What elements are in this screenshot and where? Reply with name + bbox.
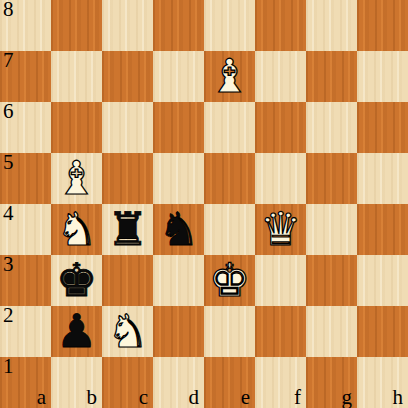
piece-white-bishop[interactable]: ♝	[209, 51, 250, 102]
square-b5[interactable]: ♝	[51, 153, 102, 204]
square-g1[interactable]: g	[306, 357, 357, 408]
square-e6[interactable]	[204, 102, 255, 153]
square-h2[interactable]	[357, 306, 408, 357]
piece-white-queen[interactable]: ♛	[260, 204, 301, 255]
square-b7[interactable]	[51, 51, 102, 102]
square-d5[interactable]	[153, 153, 204, 204]
square-c2[interactable]: ♞	[102, 306, 153, 357]
piece-black-king[interactable]: ♚	[56, 255, 97, 306]
rank-label-8: 8	[3, 0, 14, 20]
square-c5[interactable]	[102, 153, 153, 204]
piece-black-pawn[interactable]: ♟	[56, 306, 97, 357]
square-e8[interactable]	[204, 0, 255, 51]
file-label-e: e	[241, 388, 250, 407]
square-g6[interactable]	[306, 102, 357, 153]
square-h1[interactable]: h	[357, 357, 408, 408]
file-label-c: c	[139, 388, 148, 407]
square-c8[interactable]	[102, 0, 153, 51]
square-c7[interactable]	[102, 51, 153, 102]
square-a5[interactable]: 5	[0, 153, 51, 204]
chess-board: 87♝65♝4♞♜♞♛3♚♚2♟♞1abcdefgh	[0, 0, 408, 408]
file-label-b: b	[87, 388, 98, 407]
square-h8[interactable]	[357, 0, 408, 51]
square-f1[interactable]: f	[255, 357, 306, 408]
square-a6[interactable]: 6	[0, 102, 51, 153]
file-label-d: d	[189, 388, 200, 407]
square-a1[interactable]: 1a	[0, 357, 51, 408]
square-c1[interactable]: c	[102, 357, 153, 408]
square-d1[interactable]: d	[153, 357, 204, 408]
square-a7[interactable]: 7	[0, 51, 51, 102]
rank-label-6: 6	[3, 101, 14, 122]
file-label-f: f	[294, 388, 301, 407]
rank-label-5: 5	[3, 152, 14, 173]
rank-label-3: 3	[3, 254, 14, 275]
square-d4[interactable]: ♞	[153, 204, 204, 255]
square-f7[interactable]	[255, 51, 306, 102]
piece-black-rook[interactable]: ♜	[107, 204, 148, 255]
square-h6[interactable]	[357, 102, 408, 153]
square-h7[interactable]	[357, 51, 408, 102]
square-f4[interactable]: ♛	[255, 204, 306, 255]
rank-label-1: 1	[3, 356, 14, 377]
square-d2[interactable]	[153, 306, 204, 357]
square-d6[interactable]	[153, 102, 204, 153]
square-c3[interactable]	[102, 255, 153, 306]
piece-white-knight[interactable]: ♞	[107, 306, 148, 357]
square-h3[interactable]	[357, 255, 408, 306]
square-g4[interactable]	[306, 204, 357, 255]
square-b4[interactable]: ♞	[51, 204, 102, 255]
square-g8[interactable]	[306, 0, 357, 51]
square-f8[interactable]	[255, 0, 306, 51]
square-h4[interactable]	[357, 204, 408, 255]
rank-label-2: 2	[3, 305, 14, 326]
square-f3[interactable]	[255, 255, 306, 306]
square-a3[interactable]: 3	[0, 255, 51, 306]
square-a4[interactable]: 4	[0, 204, 51, 255]
piece-white-knight[interactable]: ♞	[56, 204, 97, 255]
square-f2[interactable]	[255, 306, 306, 357]
square-b2[interactable]: ♟	[51, 306, 102, 357]
square-e4[interactable]	[204, 204, 255, 255]
square-b1[interactable]: b	[51, 357, 102, 408]
piece-white-bishop[interactable]: ♝	[56, 153, 97, 204]
square-d3[interactable]	[153, 255, 204, 306]
square-d7[interactable]	[153, 51, 204, 102]
square-g5[interactable]	[306, 153, 357, 204]
square-d8[interactable]	[153, 0, 204, 51]
square-a8[interactable]: 8	[0, 0, 51, 51]
square-e1[interactable]: e	[204, 357, 255, 408]
square-h5[interactable]	[357, 153, 408, 204]
square-b8[interactable]	[51, 0, 102, 51]
square-g3[interactable]	[306, 255, 357, 306]
square-e2[interactable]	[204, 306, 255, 357]
square-g7[interactable]	[306, 51, 357, 102]
piece-black-knight[interactable]: ♞	[158, 204, 199, 255]
square-e3[interactable]: ♚	[204, 255, 255, 306]
rank-label-4: 4	[3, 203, 14, 224]
square-f6[interactable]	[255, 102, 306, 153]
square-e7[interactable]: ♝	[204, 51, 255, 102]
square-b3[interactable]: ♚	[51, 255, 102, 306]
square-a2[interactable]: 2	[0, 306, 51, 357]
square-f5[interactable]	[255, 153, 306, 204]
file-label-a: a	[37, 388, 46, 407]
square-c4[interactable]: ♜	[102, 204, 153, 255]
square-c6[interactable]	[102, 102, 153, 153]
square-g2[interactable]	[306, 306, 357, 357]
file-label-g: g	[342, 388, 353, 407]
square-e5[interactable]	[204, 153, 255, 204]
piece-white-king[interactable]: ♚	[209, 255, 250, 306]
file-label-h: h	[393, 388, 404, 407]
square-b6[interactable]	[51, 102, 102, 153]
rank-label-7: 7	[3, 50, 14, 71]
